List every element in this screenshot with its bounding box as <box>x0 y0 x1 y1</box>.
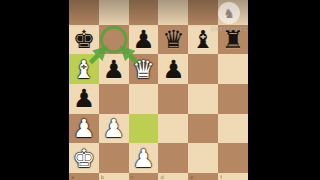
square-d5[interactable] <box>158 84 188 114</box>
black-rook[interactable]: ♜ <box>218 25 248 55</box>
square-b8[interactable] <box>99 0 129 25</box>
square-f4[interactable] <box>218 114 248 144</box>
square-e8[interactable] <box>188 0 218 25</box>
square-c2[interactable] <box>129 173 159 180</box>
square-f5[interactable] <box>218 84 248 114</box>
square-e2[interactable] <box>188 173 218 180</box>
white-queen[interactable]: ♛ <box>129 54 159 84</box>
square-c4[interactable] <box>129 114 159 144</box>
white-pawn[interactable]: ♟ <box>69 114 99 144</box>
square-b7[interactable] <box>99 25 129 55</box>
white-bishop[interactable]: ♝ <box>69 54 99 84</box>
black-queen[interactable]: ♛ <box>158 25 188 55</box>
black-king[interactable]: ♚ <box>69 25 99 55</box>
square-d2[interactable] <box>158 173 188 180</box>
black-pawn[interactable]: ♟ <box>158 54 188 84</box>
square-f2[interactable] <box>218 173 248 180</box>
black-pawn[interactable]: ♟ <box>99 54 129 84</box>
square-f8[interactable] <box>218 0 248 25</box>
square-e6[interactable] <box>188 54 218 84</box>
square-b3[interactable] <box>99 143 129 173</box>
square-a8[interactable] <box>69 0 99 25</box>
square-e5[interactable] <box>188 84 218 114</box>
square-d3[interactable] <box>158 143 188 173</box>
square-a2[interactable] <box>69 173 99 180</box>
square-e3[interactable] <box>188 143 218 173</box>
square-b5[interactable] <box>99 84 129 114</box>
white-pawn[interactable]: ♟ <box>99 114 129 144</box>
square-b2[interactable] <box>99 173 129 180</box>
black-bishop[interactable]: ♝ <box>188 25 218 55</box>
square-f3[interactable] <box>218 143 248 173</box>
square-c5[interactable] <box>129 84 159 114</box>
square-c8[interactable] <box>129 0 159 25</box>
square-d8[interactable] <box>158 0 188 25</box>
black-pawn[interactable]: ♟ <box>69 84 99 114</box>
letterbox-left <box>0 0 69 180</box>
white-king[interactable]: ♚ <box>69 143 99 173</box>
letterbox-right <box>248 0 320 180</box>
square-d4[interactable] <box>158 114 188 144</box>
black-pawn[interactable]: ♟ <box>129 25 159 55</box>
square-e4[interactable] <box>188 114 218 144</box>
video-frame: ♚♟♛♝♜♝♟♛♟♟♟♟♚♟ ♞ CHESSVIBES abcdef <box>0 0 320 180</box>
square-f6[interactable] <box>218 54 248 84</box>
white-pawn[interactable]: ♟ <box>129 143 159 173</box>
